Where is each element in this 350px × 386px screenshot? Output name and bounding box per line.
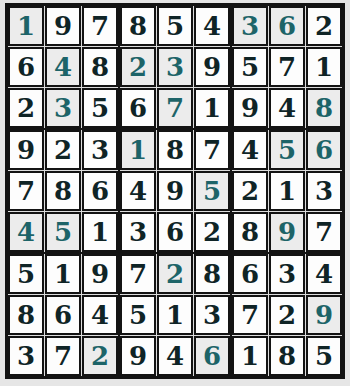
box-5: 187495362 (120, 130, 230, 252)
digit: 5 (166, 13, 184, 39)
cell-r7c3[interactable]: 9 (82, 254, 118, 294)
cell-r1c8[interactable]: 6 (269, 6, 305, 46)
given-digit: 5 (278, 137, 296, 163)
cell-r8c2[interactable]: 6 (45, 295, 81, 335)
cell-r9c3[interactable]: 2 (82, 336, 118, 376)
cell-r3c5[interactable]: 7 (157, 88, 193, 128)
box-6: 456213897 (232, 130, 342, 252)
cell-r5c7[interactable]: 2 (232, 171, 268, 211)
cell-r6c4[interactable]: 3 (120, 212, 156, 252)
cell-r7c5[interactable]: 2 (157, 254, 193, 294)
digit: 6 (17, 54, 35, 80)
cell-r2c1[interactable]: 6 (8, 47, 44, 87)
cell-r5c3[interactable]: 6 (82, 171, 118, 211)
digit: 1 (241, 343, 259, 369)
digit: 7 (129, 261, 147, 287)
digit: 6 (241, 261, 259, 287)
digit: 6 (166, 219, 184, 245)
given-digit: 1 (17, 13, 35, 39)
digit: 5 (17, 261, 35, 287)
sudoku-grid: 1976482358542396713625719489237864511874… (5, 3, 345, 379)
digit: 1 (54, 261, 72, 287)
box-7: 519864372 (8, 254, 118, 376)
digit: 9 (91, 261, 109, 287)
digit: 8 (166, 137, 184, 163)
cell-r8c8[interactable]: 2 (269, 295, 305, 335)
cell-r7c9[interactable]: 4 (306, 254, 342, 294)
cell-r1c5[interactable]: 5 (157, 6, 193, 46)
box-3: 362571948 (232, 6, 342, 128)
digit: 5 (315, 343, 333, 369)
given-digit: 3 (166, 54, 184, 80)
digit: 8 (17, 302, 35, 328)
box-9: 634729185 (232, 254, 342, 376)
cell-r6c9[interactable]: 7 (306, 212, 342, 252)
digit: 5 (241, 54, 259, 80)
cell-r8c4[interactable]: 5 (120, 295, 156, 335)
digit: 1 (203, 95, 221, 121)
cell-r3c6[interactable]: 1 (194, 88, 230, 128)
cell-r8c5[interactable]: 1 (157, 295, 193, 335)
digit: 7 (278, 54, 296, 80)
cell-r9c7[interactable]: 1 (232, 336, 268, 376)
cell-r2c5[interactable]: 3 (157, 47, 193, 87)
cell-r1c3[interactable]: 7 (82, 6, 118, 46)
digit: 4 (315, 261, 333, 287)
box-2: 854239671 (120, 6, 230, 128)
cell-r3c7[interactable]: 9 (232, 88, 268, 128)
digit: 4 (129, 178, 147, 204)
cell-r4c4[interactable]: 1 (120, 130, 156, 170)
box-1: 197648235 (8, 6, 118, 128)
cell-r4c2[interactable]: 2 (45, 130, 81, 170)
cell-r2c7[interactable]: 5 (232, 47, 268, 87)
digit: 8 (241, 219, 259, 245)
cell-r1c9[interactable]: 2 (306, 6, 342, 46)
cell-r9c8[interactable]: 8 (269, 336, 305, 376)
box-8: 728513946 (120, 254, 230, 376)
digit: 1 (91, 219, 109, 245)
cell-r2c6[interactable]: 9 (194, 47, 230, 87)
given-digit: 2 (129, 54, 147, 80)
digit: 8 (54, 178, 72, 204)
digit: 8 (129, 13, 147, 39)
digit: 7 (91, 13, 109, 39)
box-4: 923786451 (8, 130, 118, 252)
given-digit: 6 (203, 343, 221, 369)
cell-r2c3[interactable]: 8 (82, 47, 118, 87)
digit: 2 (241, 178, 259, 204)
digit: 2 (54, 137, 72, 163)
given-digit: 5 (54, 219, 72, 245)
digit: 6 (54, 302, 72, 328)
digit: 7 (241, 302, 259, 328)
digit: 1 (278, 178, 296, 204)
digit: 7 (54, 343, 72, 369)
digit: 3 (129, 219, 147, 245)
given-digit: 2 (91, 343, 109, 369)
cell-r3c3[interactable]: 5 (82, 88, 118, 128)
cell-r3c2[interactable]: 3 (45, 88, 81, 128)
cell-r3c4[interactable]: 6 (120, 88, 156, 128)
cell-r7c7[interactable]: 6 (232, 254, 268, 294)
cell-r4c3[interactable]: 3 (82, 130, 118, 170)
given-digit: 5 (203, 178, 221, 204)
digit: 4 (91, 302, 109, 328)
cell-r9c2[interactable]: 7 (45, 336, 81, 376)
cell-r4c1[interactable]: 9 (8, 130, 44, 170)
cell-r6c7[interactable]: 8 (232, 212, 268, 252)
given-digit: 8 (315, 95, 333, 121)
cell-r8c6[interactable]: 3 (194, 295, 230, 335)
cell-r5c5[interactable]: 9 (157, 171, 193, 211)
cell-r5c9[interactable]: 3 (306, 171, 342, 211)
digit: 1 (166, 302, 184, 328)
cell-r7c1[interactable]: 5 (8, 254, 44, 294)
digit: 6 (129, 95, 147, 121)
digit: 4 (166, 343, 184, 369)
digit: 8 (278, 343, 296, 369)
cell-r1c7[interactable]: 3 (232, 6, 268, 46)
cell-r9c5[interactable]: 4 (157, 336, 193, 376)
digit: 9 (166, 178, 184, 204)
cell-r5c4[interactable]: 4 (120, 171, 156, 211)
cell-r3c1[interactable]: 2 (8, 88, 44, 128)
sudoku-board: 1976482358542396713625719489237864511874… (0, 0, 350, 386)
cell-r9c1[interactable]: 3 (8, 336, 44, 376)
digit: 3 (17, 343, 35, 369)
cell-r4c6[interactable]: 7 (194, 130, 230, 170)
given-digit: 4 (54, 54, 72, 80)
digit: 9 (17, 137, 35, 163)
digit: 9 (54, 13, 72, 39)
cell-r2c8[interactable]: 7 (269, 47, 305, 87)
given-digit: 9 (278, 219, 296, 245)
cell-r2c2[interactable]: 4 (45, 47, 81, 87)
digit: 9 (241, 95, 259, 121)
digit: 7 (203, 137, 221, 163)
cell-r5c1[interactable]: 7 (8, 171, 44, 211)
digit: 4 (203, 13, 221, 39)
cell-r6c3[interactable]: 1 (82, 212, 118, 252)
cell-r6c5[interactable]: 6 (157, 212, 193, 252)
digit: 3 (91, 137, 109, 163)
given-digit: 4 (17, 219, 35, 245)
cell-r3c9[interactable]: 8 (306, 88, 342, 128)
digit: 3 (315, 178, 333, 204)
digit: 1 (315, 54, 333, 80)
digit: 5 (129, 302, 147, 328)
cell-r7c2[interactable]: 1 (45, 254, 81, 294)
cell-r3c8[interactable]: 4 (269, 88, 305, 128)
digit: 5 (91, 95, 109, 121)
given-digit: 2 (166, 261, 184, 287)
cell-r2c4[interactable]: 2 (120, 47, 156, 87)
digit: 2 (17, 95, 35, 121)
cell-r9c6[interactable]: 6 (194, 336, 230, 376)
cell-r7c6[interactable]: 8 (194, 254, 230, 294)
cell-r1c6[interactable]: 4 (194, 6, 230, 46)
cell-r4c8[interactable]: 5 (269, 130, 305, 170)
cell-r4c5[interactable]: 8 (157, 130, 193, 170)
digit: 9 (203, 54, 221, 80)
cell-r5c6[interactable]: 5 (194, 171, 230, 211)
digit: 8 (91, 54, 109, 80)
digit: 2 (315, 13, 333, 39)
cell-r6c1[interactable]: 4 (8, 212, 44, 252)
digit: 3 (203, 302, 221, 328)
cell-r5c8[interactable]: 1 (269, 171, 305, 211)
given-digit: 6 (315, 137, 333, 163)
cell-r8c7[interactable]: 7 (232, 295, 268, 335)
cell-r6c2[interactable]: 5 (45, 212, 81, 252)
cell-r1c2[interactable]: 9 (45, 6, 81, 46)
digit: 8 (203, 261, 221, 287)
cell-r9c4[interactable]: 9 (120, 336, 156, 376)
cell-r4c7[interactable]: 4 (232, 130, 268, 170)
given-digit: 3 (54, 95, 72, 121)
digit: 4 (241, 137, 259, 163)
cell-r6c8[interactable]: 9 (269, 212, 305, 252)
digit: 4 (278, 95, 296, 121)
cell-r8c1[interactable]: 8 (8, 295, 44, 335)
digit: 2 (203, 219, 221, 245)
given-digit: 7 (166, 95, 184, 121)
cell-r8c3[interactable]: 4 (82, 295, 118, 335)
cell-r9c9[interactable]: 5 (306, 336, 342, 376)
given-digit: 6 (278, 13, 296, 39)
given-digit: 9 (315, 302, 333, 328)
cell-r2c9[interactable]: 1 (306, 47, 342, 87)
digit: 6 (91, 178, 109, 204)
cell-r7c8[interactable]: 3 (269, 254, 305, 294)
cell-r7c4[interactable]: 7 (120, 254, 156, 294)
digit: 3 (278, 261, 296, 287)
digit: 2 (278, 302, 296, 328)
digit: 7 (17, 178, 35, 204)
given-digit: 3 (241, 13, 259, 39)
cell-r8c9[interactable]: 9 (306, 295, 342, 335)
cell-r5c2[interactable]: 8 (45, 171, 81, 211)
cell-r1c1[interactable]: 1 (8, 6, 44, 46)
cell-r1c4[interactable]: 8 (120, 6, 156, 46)
cell-r4c9[interactable]: 6 (306, 130, 342, 170)
digit: 7 (315, 219, 333, 245)
given-digit: 1 (129, 137, 147, 163)
digit: 9 (129, 343, 147, 369)
cell-r6c6[interactable]: 2 (194, 212, 230, 252)
